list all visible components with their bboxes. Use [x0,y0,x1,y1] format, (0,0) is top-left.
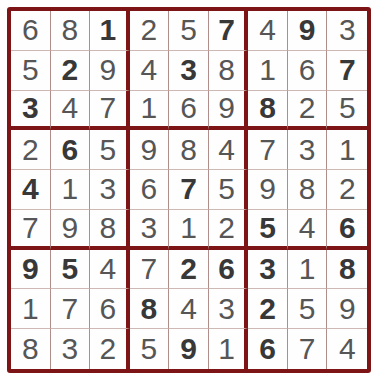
cell-r5c1[interactable]: 4 [11,170,51,210]
cell-r5c7[interactable]: 9 [248,170,288,210]
cell-r3c4[interactable]: 1 [130,91,170,131]
cell-r5c3[interactable]: 3 [90,170,130,210]
cell-r8c7[interactable]: 2 [248,289,288,329]
cell-r6c1[interactable]: 7 [11,210,51,250]
cell-r3c6[interactable]: 9 [209,91,249,131]
cell-r7c8[interactable]: 1 [288,250,328,290]
cell-r7c1[interactable]: 9 [11,250,51,290]
cell-r9c6[interactable]: 1 [209,329,249,369]
cell-r7c6[interactable]: 6 [209,250,249,290]
cell-r4c8[interactable]: 3 [288,130,328,170]
cell-r7c2[interactable]: 5 [51,250,91,290]
cell-r7c9[interactable]: 8 [327,250,367,290]
cell-r9c9[interactable]: 4 [327,329,367,369]
cell-r4c1[interactable]: 2 [11,130,51,170]
cell-r3c8[interactable]: 2 [288,91,328,131]
cell-r5c6[interactable]: 5 [209,170,249,210]
cell-r7c5[interactable]: 2 [169,250,209,290]
cell-r9c5[interactable]: 9 [169,329,209,369]
page: 6812574935294381673471698252659847314136… [0,0,378,380]
cell-r3c2[interactable]: 4 [51,91,91,131]
cell-r1c5[interactable]: 5 [169,11,209,51]
cell-r1c6[interactable]: 7 [209,11,249,51]
cell-r2c6[interactable]: 8 [209,51,249,91]
cell-r9c8[interactable]: 7 [288,329,328,369]
cell-r6c5[interactable]: 1 [169,210,209,250]
cell-r9c1[interactable]: 8 [11,329,51,369]
cell-r8c4[interactable]: 8 [130,289,170,329]
cell-r2c7[interactable]: 1 [248,51,288,91]
cell-r5c8[interactable]: 8 [288,170,328,210]
cell-r8c5[interactable]: 4 [169,289,209,329]
cell-r4c9[interactable]: 1 [327,130,367,170]
cell-r8c6[interactable]: 3 [209,289,249,329]
cell-r6c2[interactable]: 9 [51,210,91,250]
cell-r5c5[interactable]: 7 [169,170,209,210]
cell-r4c7[interactable]: 7 [248,130,288,170]
cell-r2c2[interactable]: 2 [51,51,91,91]
cell-r1c8[interactable]: 9 [288,11,328,51]
cell-r1c2[interactable]: 8 [51,11,91,51]
cell-r3c7[interactable]: 8 [248,91,288,131]
cell-r3c9[interactable]: 5 [327,91,367,131]
cell-r9c7[interactable]: 6 [248,329,288,369]
cell-r4c4[interactable]: 9 [130,130,170,170]
cell-r4c6[interactable]: 4 [209,130,249,170]
cell-r2c9[interactable]: 7 [327,51,367,91]
cell-r3c5[interactable]: 6 [169,91,209,131]
cell-r8c1[interactable]: 1 [11,289,51,329]
cell-r2c8[interactable]: 6 [288,51,328,91]
sudoku-board: 6812574935294381673471698252659847314136… [7,7,371,373]
cell-r6c7[interactable]: 5 [248,210,288,250]
cell-r1c3[interactable]: 1 [90,11,130,51]
cell-r9c4[interactable]: 5 [130,329,170,369]
cell-r8c2[interactable]: 7 [51,289,91,329]
cell-r6c3[interactable]: 8 [90,210,130,250]
cell-r3c1[interactable]: 3 [11,91,51,131]
cell-r7c7[interactable]: 3 [248,250,288,290]
cell-r2c5[interactable]: 3 [169,51,209,91]
cell-r6c4[interactable]: 3 [130,210,170,250]
cell-r6c8[interactable]: 4 [288,210,328,250]
cell-r1c1[interactable]: 6 [11,11,51,51]
cell-r8c8[interactable]: 5 [288,289,328,329]
cell-r4c5[interactable]: 8 [169,130,209,170]
cell-r2c1[interactable]: 5 [11,51,51,91]
cell-r8c9[interactable]: 9 [327,289,367,329]
cell-r5c4[interactable]: 6 [130,170,170,210]
cell-r1c4[interactable]: 2 [130,11,170,51]
cell-r7c4[interactable]: 7 [130,250,170,290]
cell-r1c7[interactable]: 4 [248,11,288,51]
cell-r2c3[interactable]: 9 [90,51,130,91]
cell-r6c9[interactable]: 6 [327,210,367,250]
cell-r2c4[interactable]: 4 [130,51,170,91]
cell-r4c2[interactable]: 6 [51,130,91,170]
cell-r8c3[interactable]: 6 [90,289,130,329]
cell-r5c2[interactable]: 1 [51,170,91,210]
cell-r4c3[interactable]: 5 [90,130,130,170]
cell-r9c2[interactable]: 3 [51,329,91,369]
cell-r1c9[interactable]: 3 [327,11,367,51]
cell-r7c3[interactable]: 4 [90,250,130,290]
cell-r9c3[interactable]: 2 [90,329,130,369]
cell-r6c6[interactable]: 2 [209,210,249,250]
cell-r5c9[interactable]: 2 [327,170,367,210]
cell-r3c3[interactable]: 7 [90,91,130,131]
